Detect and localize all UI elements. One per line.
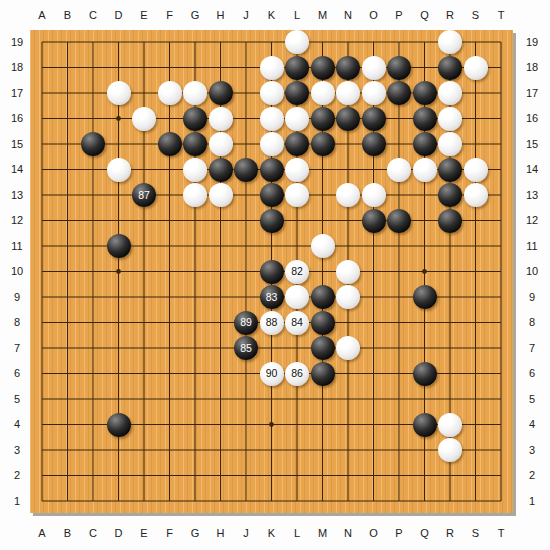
- stone-P12: [387, 209, 411, 233]
- stone-Q9: [413, 285, 437, 309]
- stone-M8: [311, 311, 335, 335]
- col-label-top-P: P: [389, 9, 409, 21]
- col-label-top-J: J: [236, 9, 256, 21]
- col-label-bottom-N: N: [338, 527, 358, 539]
- stone-F15: [158, 132, 182, 156]
- stone-P18: [387, 56, 411, 80]
- row-label-right-1: 1: [523, 495, 541, 508]
- col-label-bottom-D: D: [109, 527, 129, 539]
- stone-M17: [311, 81, 335, 105]
- stone-Q14: [413, 158, 437, 182]
- row-label-left-17: 17: [8, 87, 26, 100]
- stone-K17: [260, 81, 284, 105]
- star-point: [422, 269, 427, 274]
- row-label-left-2: 2: [8, 469, 26, 482]
- stone-D11: [107, 234, 131, 258]
- row-label-right-15: 15: [523, 138, 541, 151]
- stone-L18: [285, 56, 309, 80]
- row-label-left-19: 19: [8, 36, 26, 49]
- star-point: [116, 116, 121, 121]
- col-label-top-S: S: [466, 9, 486, 21]
- col-label-bottom-A: A: [32, 527, 52, 539]
- stone-E16: [132, 107, 156, 131]
- stone-K13: [260, 183, 284, 207]
- stone-N18: [336, 56, 360, 80]
- stone-L6-move-86: 86: [285, 362, 309, 386]
- row-label-right-4: 4: [523, 418, 541, 431]
- stone-H15: [209, 132, 233, 156]
- col-label-top-K: K: [262, 9, 282, 21]
- col-label-bottom-O: O: [364, 527, 384, 539]
- stone-Q6: [413, 362, 437, 386]
- row-label-left-15: 15: [8, 138, 26, 151]
- row-label-left-8: 8: [8, 316, 26, 329]
- row-label-left-3: 3: [8, 444, 26, 457]
- stone-S18: [464, 56, 488, 80]
- row-label-left-14: 14: [8, 163, 26, 176]
- row-label-left-12: 12: [8, 214, 26, 227]
- row-label-right-3: 3: [523, 444, 541, 457]
- row-label-left-1: 1: [8, 495, 26, 508]
- col-label-bottom-L: L: [287, 527, 307, 539]
- col-label-bottom-H: H: [211, 527, 231, 539]
- col-label-bottom-B: B: [58, 527, 78, 539]
- stone-R4: [438, 413, 462, 437]
- col-label-top-L: L: [287, 9, 307, 21]
- stone-H16: [209, 107, 233, 131]
- stone-Q15: [413, 132, 437, 156]
- col-label-bottom-G: G: [185, 527, 205, 539]
- stone-K12: [260, 209, 284, 233]
- stone-L17: [285, 81, 309, 105]
- row-label-left-13: 13: [8, 189, 26, 202]
- col-label-top-M: M: [313, 9, 333, 21]
- stone-H13: [209, 183, 233, 207]
- stone-G14: [183, 158, 207, 182]
- stone-L8-move-84: 84: [285, 311, 309, 335]
- stone-N10: [336, 260, 360, 284]
- star-point: [116, 269, 121, 274]
- col-label-top-B: B: [58, 9, 78, 21]
- col-label-top-A: A: [32, 9, 52, 21]
- stone-G13: [183, 183, 207, 207]
- stone-L10-move-82: 82: [285, 260, 309, 284]
- row-label-right-11: 11: [523, 240, 541, 253]
- row-label-right-16: 16: [523, 112, 541, 125]
- stone-R13: [438, 183, 462, 207]
- stone-J14: [234, 158, 258, 182]
- col-label-top-G: G: [185, 9, 205, 21]
- stone-E13-move-87: 87: [132, 183, 156, 207]
- col-label-bottom-S: S: [466, 527, 486, 539]
- col-label-bottom-P: P: [389, 527, 409, 539]
- stone-R12: [438, 209, 462, 233]
- stone-N7: [336, 336, 360, 360]
- col-label-bottom-K: K: [262, 527, 282, 539]
- stone-N9: [336, 285, 360, 309]
- row-label-left-11: 11: [8, 240, 26, 253]
- stone-K9-move-83: 83: [260, 285, 284, 309]
- star-point: [269, 422, 274, 427]
- stone-O18: [362, 56, 386, 80]
- stone-L14: [285, 158, 309, 182]
- row-label-right-17: 17: [523, 87, 541, 100]
- row-label-right-7: 7: [523, 342, 541, 355]
- stone-M6: [311, 362, 335, 386]
- stone-K16: [260, 107, 284, 131]
- row-label-right-19: 19: [523, 36, 541, 49]
- stone-R18: [438, 56, 462, 80]
- row-label-left-5: 5: [8, 393, 26, 406]
- stone-G16: [183, 107, 207, 131]
- row-label-right-14: 14: [523, 163, 541, 176]
- row-label-left-16: 16: [8, 112, 26, 125]
- row-label-right-10: 10: [523, 265, 541, 278]
- stone-J8-move-89: 89: [234, 311, 258, 335]
- stone-L9: [285, 285, 309, 309]
- stone-R14: [438, 158, 462, 182]
- stone-H14: [209, 158, 233, 182]
- stone-P14: [387, 158, 411, 182]
- stone-S14: [464, 158, 488, 182]
- stone-Q4: [413, 413, 437, 437]
- col-label-top-F: F: [160, 9, 180, 21]
- row-label-right-2: 2: [523, 469, 541, 482]
- stone-L15: [285, 132, 309, 156]
- stone-K14: [260, 158, 284, 182]
- stone-N13: [336, 183, 360, 207]
- stone-O13: [362, 183, 386, 207]
- stone-H17: [209, 81, 233, 105]
- stone-R16: [438, 107, 462, 131]
- stone-M9: [311, 285, 335, 309]
- stone-G17: [183, 81, 207, 105]
- col-label-bottom-M: M: [313, 527, 333, 539]
- stone-M11: [311, 234, 335, 258]
- col-label-top-D: D: [109, 9, 129, 21]
- col-label-top-T: T: [491, 9, 511, 21]
- stone-G15: [183, 132, 207, 156]
- stone-R3: [438, 438, 462, 462]
- stone-L13: [285, 183, 309, 207]
- col-label-bottom-E: E: [134, 527, 154, 539]
- row-label-left-10: 10: [8, 265, 26, 278]
- stone-L19: [285, 30, 309, 54]
- col-label-top-C: C: [83, 9, 103, 21]
- stone-L16: [285, 107, 309, 131]
- stone-K8-move-88: 88: [260, 311, 284, 335]
- col-label-bottom-J: J: [236, 527, 256, 539]
- row-label-right-5: 5: [523, 393, 541, 406]
- row-label-left-4: 4: [8, 418, 26, 431]
- col-label-top-H: H: [211, 9, 231, 21]
- stone-K6-move-90: 90: [260, 362, 284, 386]
- row-label-right-8: 8: [523, 316, 541, 329]
- stone-R19: [438, 30, 462, 54]
- stone-P17: [387, 81, 411, 105]
- row-label-left-7: 7: [8, 342, 26, 355]
- stone-S13: [464, 183, 488, 207]
- stone-O15: [362, 132, 386, 156]
- stone-M18: [311, 56, 335, 80]
- stone-D17: [107, 81, 131, 105]
- stone-O12: [362, 209, 386, 233]
- col-label-top-E: E: [134, 9, 154, 21]
- row-label-left-18: 18: [8, 61, 26, 74]
- stone-M16: [311, 107, 335, 131]
- col-label-bottom-C: C: [83, 527, 103, 539]
- row-label-right-6: 6: [523, 367, 541, 380]
- stone-R17: [438, 81, 462, 105]
- stone-K18: [260, 56, 284, 80]
- col-label-top-Q: Q: [415, 9, 435, 21]
- col-label-bottom-T: T: [491, 527, 511, 539]
- row-label-left-9: 9: [8, 291, 26, 304]
- stone-N17: [336, 81, 360, 105]
- stone-K10: [260, 260, 284, 284]
- stone-O17: [362, 81, 386, 105]
- stone-R15: [438, 132, 462, 156]
- col-label-bottom-R: R: [440, 527, 460, 539]
- stone-D4: [107, 413, 131, 437]
- row-label-right-18: 18: [523, 61, 541, 74]
- stone-O16: [362, 107, 386, 131]
- stone-Q17: [413, 81, 437, 105]
- stone-C15: [81, 132, 105, 156]
- row-label-left-6: 6: [8, 367, 26, 380]
- row-label-right-13: 13: [523, 189, 541, 202]
- stone-K15: [260, 132, 284, 156]
- stone-M15: [311, 132, 335, 156]
- col-label-bottom-F: F: [160, 527, 180, 539]
- stone-F17: [158, 81, 182, 105]
- col-label-bottom-Q: Q: [415, 527, 435, 539]
- row-label-right-9: 9: [523, 291, 541, 304]
- col-label-top-O: O: [364, 9, 384, 21]
- stone-N16: [336, 107, 360, 131]
- stone-Q16: [413, 107, 437, 131]
- col-label-top-R: R: [440, 9, 460, 21]
- go-board[interactable]: 878283898884859086: [30, 30, 513, 513]
- stone-M7: [311, 336, 335, 360]
- col-label-top-N: N: [338, 9, 358, 21]
- row-label-right-12: 12: [523, 214, 541, 227]
- stone-J7-move-85: 85: [234, 336, 258, 360]
- go-diagram: 878283898884859086 AABBCCDDEEFFGGHHJJKKL…: [0, 0, 550, 550]
- stone-D14: [107, 158, 131, 182]
